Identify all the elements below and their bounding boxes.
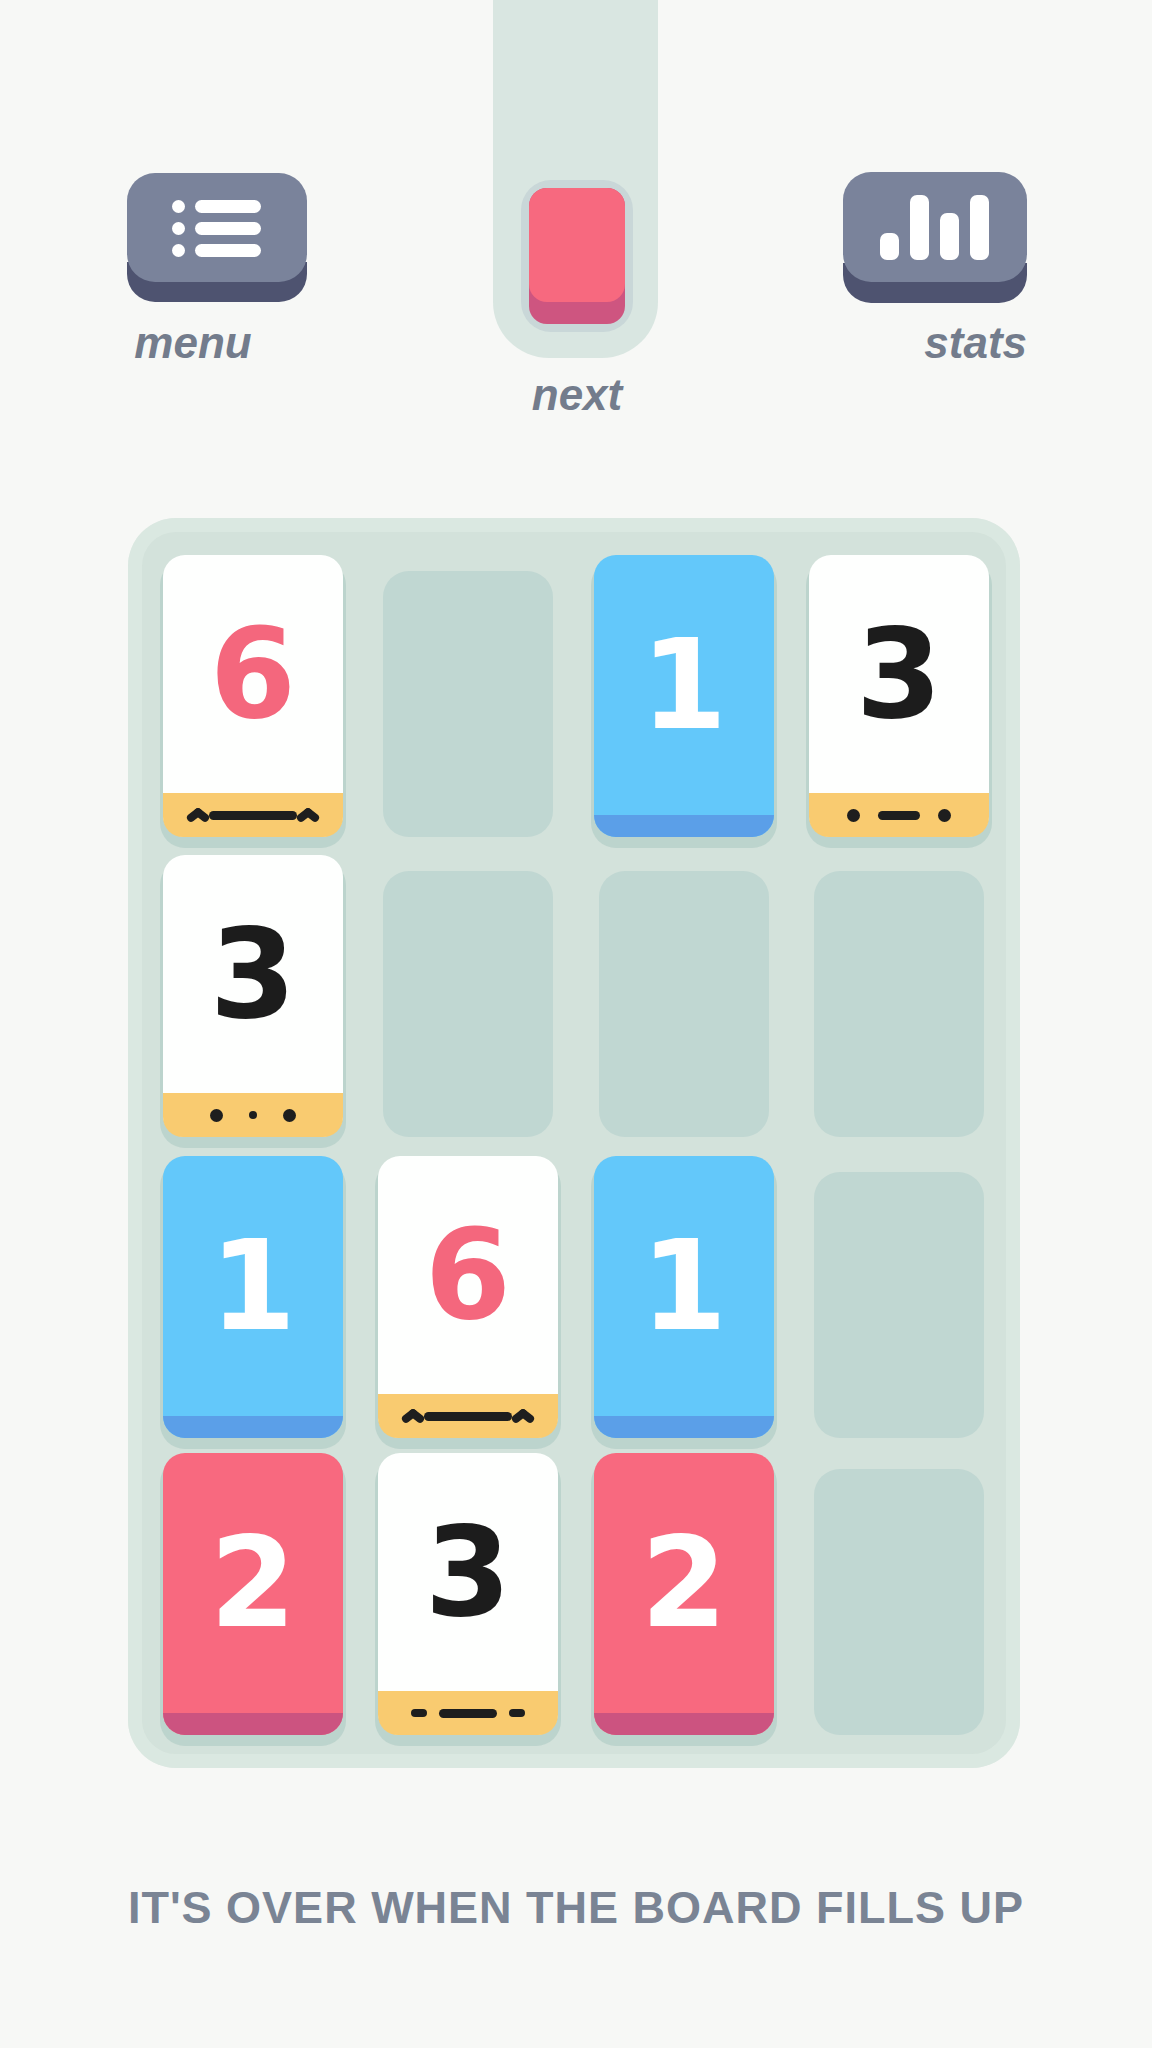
stats-label: stats — [847, 318, 1027, 368]
face-mark-dot — [847, 809, 860, 822]
next-card-pink — [529, 188, 625, 324]
card-value: 3 — [163, 855, 343, 1093]
empty-cell-r2c2 — [383, 871, 553, 1137]
face-mark-dot — [283, 1109, 296, 1122]
card-value: 1 — [594, 1156, 774, 1416]
card-value: 2 — [163, 1453, 343, 1713]
card-value: 6 — [163, 555, 343, 793]
face-mark-line-short — [878, 811, 920, 820]
face-mark-line-long — [424, 1412, 512, 1421]
face-mark-caret — [512, 1408, 534, 1424]
face-mark-line-mid — [439, 1709, 497, 1718]
card-r2c1-white-3[interactable]: 3 — [163, 855, 343, 1137]
game-caption: IT'S OVER WHEN THE BOARD FILLS UP — [0, 1882, 1152, 1934]
card-value: 6 — [378, 1156, 558, 1394]
next-card-tab — [493, 0, 658, 358]
menu-label: menu — [103, 318, 283, 368]
face-mark-caret — [187, 807, 209, 823]
card-edge — [163, 1713, 343, 1735]
card-edge — [163, 1416, 343, 1438]
card-r1c1-white-6[interactable]: 6 — [163, 555, 343, 837]
card-face-band — [809, 793, 989, 837]
empty-cell-r2c4 — [814, 871, 984, 1137]
card-face-band — [163, 793, 343, 837]
next-label: next — [487, 370, 667, 420]
card-face-band — [378, 1394, 558, 1438]
face-mark-dot — [210, 1109, 223, 1122]
card-edge — [594, 815, 774, 837]
face-mark-caret — [297, 807, 319, 823]
card-value: 1 — [594, 555, 774, 815]
threes-game-screen: menu next stats 6133161232 IT'S OVER WHE… — [0, 0, 1152, 2048]
next-card-slot — [521, 180, 633, 332]
card-value: 2 — [594, 1453, 774, 1713]
menu-button[interactable] — [127, 173, 307, 302]
menu-list-icon — [172, 200, 261, 257]
card-r1c3-blue-1[interactable]: 1 — [594, 555, 774, 837]
empty-cell-r1c2 — [383, 571, 553, 837]
face-mark-caret — [402, 1408, 424, 1424]
card-r3c1-blue-1[interactable]: 1 — [163, 1156, 343, 1438]
next-card-face — [529, 188, 625, 302]
face-mark-line-long — [209, 811, 297, 820]
card-r3c3-blue-1[interactable]: 1 — [594, 1156, 774, 1438]
face-mark-dot-small — [249, 1111, 257, 1119]
bar-chart-icon — [880, 194, 990, 260]
empty-cell-r2c3 — [599, 871, 769, 1137]
card-r4c3-pink-2[interactable]: 2 — [594, 1453, 774, 1735]
card-face-band — [163, 1093, 343, 1137]
card-face-band — [378, 1691, 558, 1735]
face-mark-dash — [411, 1709, 427, 1717]
game-board-4x4: 6133161232 — [128, 518, 1020, 1768]
card-value: 3 — [378, 1453, 558, 1691]
face-mark-dot — [938, 809, 951, 822]
card-value: 3 — [809, 555, 989, 793]
card-r4c2-white-3[interactable]: 3 — [378, 1453, 558, 1735]
empty-cell-r3c4 — [814, 1172, 984, 1438]
empty-cell-r4c4 — [814, 1469, 984, 1735]
face-mark-dash — [509, 1709, 525, 1717]
card-r1c4-white-3[interactable]: 3 — [809, 555, 989, 837]
card-value: 1 — [163, 1156, 343, 1416]
card-edge — [594, 1416, 774, 1438]
card-r4c1-pink-2[interactable]: 2 — [163, 1453, 343, 1735]
card-edge — [594, 1713, 774, 1735]
stats-button[interactable] — [843, 172, 1027, 303]
card-r3c2-white-6[interactable]: 6 — [378, 1156, 558, 1438]
